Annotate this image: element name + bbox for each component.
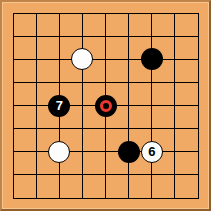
intersection[interactable] — [140, 186, 163, 209]
intersection[interactable] — [163, 117, 186, 140]
stone-black[interactable]: 7 — [48, 95, 70, 117]
board-grid: 76 — [1, 1, 209, 209]
go-board: 76 — [0, 0, 211, 211]
intersection[interactable] — [117, 163, 140, 186]
intersection[interactable] — [71, 163, 94, 186]
intersection[interactable] — [140, 163, 163, 186]
intersection[interactable] — [48, 25, 71, 48]
intersection[interactable] — [117, 186, 140, 209]
intersection[interactable] — [71, 186, 94, 209]
intersection[interactable] — [186, 94, 209, 117]
intersection[interactable] — [163, 94, 186, 117]
intersection[interactable] — [1, 140, 24, 163]
intersection[interactable] — [48, 117, 71, 140]
stone-white[interactable] — [48, 141, 70, 163]
intersection[interactable] — [163, 25, 186, 48]
intersection[interactable] — [163, 48, 186, 71]
intersection[interactable] — [25, 25, 48, 48]
stone-label: 7 — [56, 99, 63, 112]
intersection[interactable] — [140, 94, 163, 117]
stone-label: 6 — [148, 145, 155, 158]
intersection[interactable] — [94, 48, 117, 71]
intersection[interactable] — [1, 48, 24, 71]
intersection[interactable] — [71, 117, 94, 140]
intersection[interactable] — [94, 71, 117, 94]
intersection[interactable] — [186, 71, 209, 94]
intersection[interactable] — [94, 117, 117, 140]
intersection[interactable] — [163, 1, 186, 24]
intersection[interactable] — [25, 117, 48, 140]
intersection[interactable] — [1, 186, 24, 209]
intersection[interactable] — [117, 71, 140, 94]
intersection[interactable] — [140, 1, 163, 24]
intersection[interactable] — [163, 140, 186, 163]
intersection[interactable] — [186, 163, 209, 186]
intersection[interactable] — [140, 71, 163, 94]
intersection[interactable] — [48, 1, 71, 24]
intersection[interactable] — [186, 25, 209, 48]
intersection[interactable] — [25, 1, 48, 24]
intersection[interactable] — [117, 48, 140, 71]
intersection[interactable] — [71, 71, 94, 94]
intersection[interactable] — [186, 117, 209, 140]
intersection[interactable] — [25, 140, 48, 163]
intersection[interactable] — [1, 94, 24, 117]
intersection[interactable] — [117, 1, 140, 24]
stone-black[interactable] — [118, 141, 140, 163]
intersection[interactable] — [48, 186, 71, 209]
intersection[interactable] — [48, 163, 71, 186]
intersection[interactable] — [140, 25, 163, 48]
intersection[interactable] — [48, 140, 71, 163]
intersection[interactable] — [71, 1, 94, 24]
intersection[interactable]: 6 — [140, 140, 163, 163]
intersection[interactable] — [94, 186, 117, 209]
intersection[interactable] — [25, 71, 48, 94]
intersection[interactable] — [1, 25, 24, 48]
red-circle-marker-icon — [100, 100, 112, 112]
intersection[interactable] — [94, 94, 117, 117]
intersection[interactable] — [94, 163, 117, 186]
intersection[interactable] — [94, 25, 117, 48]
intersection[interactable] — [94, 140, 117, 163]
intersection[interactable] — [71, 48, 94, 71]
intersection[interactable] — [25, 186, 48, 209]
intersection[interactable] — [25, 48, 48, 71]
intersection[interactable] — [117, 25, 140, 48]
intersection[interactable] — [140, 48, 163, 71]
intersection[interactable] — [1, 117, 24, 140]
intersection[interactable] — [163, 71, 186, 94]
intersection[interactable] — [186, 140, 209, 163]
intersection[interactable] — [48, 71, 71, 94]
intersection[interactable] — [48, 48, 71, 71]
stone-black[interactable] — [141, 48, 163, 70]
intersection[interactable] — [71, 25, 94, 48]
intersection[interactable] — [163, 163, 186, 186]
intersection[interactable]: 7 — [48, 94, 71, 117]
intersection[interactable] — [186, 186, 209, 209]
intersection[interactable] — [186, 1, 209, 24]
intersection[interactable] — [1, 1, 24, 24]
intersection[interactable] — [71, 94, 94, 117]
stone-black[interactable] — [95, 95, 117, 117]
stone-white[interactable] — [71, 48, 93, 70]
intersection[interactable] — [117, 94, 140, 117]
stone-white[interactable]: 6 — [141, 141, 163, 163]
intersection[interactable] — [1, 163, 24, 186]
intersection[interactable] — [94, 1, 117, 24]
intersection[interactable] — [186, 48, 209, 71]
intersection[interactable] — [163, 186, 186, 209]
intersection[interactable] — [117, 140, 140, 163]
intersection[interactable] — [117, 117, 140, 140]
intersection[interactable] — [1, 71, 24, 94]
intersection[interactable] — [140, 117, 163, 140]
intersection[interactable] — [25, 163, 48, 186]
intersection[interactable] — [25, 94, 48, 117]
intersection[interactable] — [71, 140, 94, 163]
